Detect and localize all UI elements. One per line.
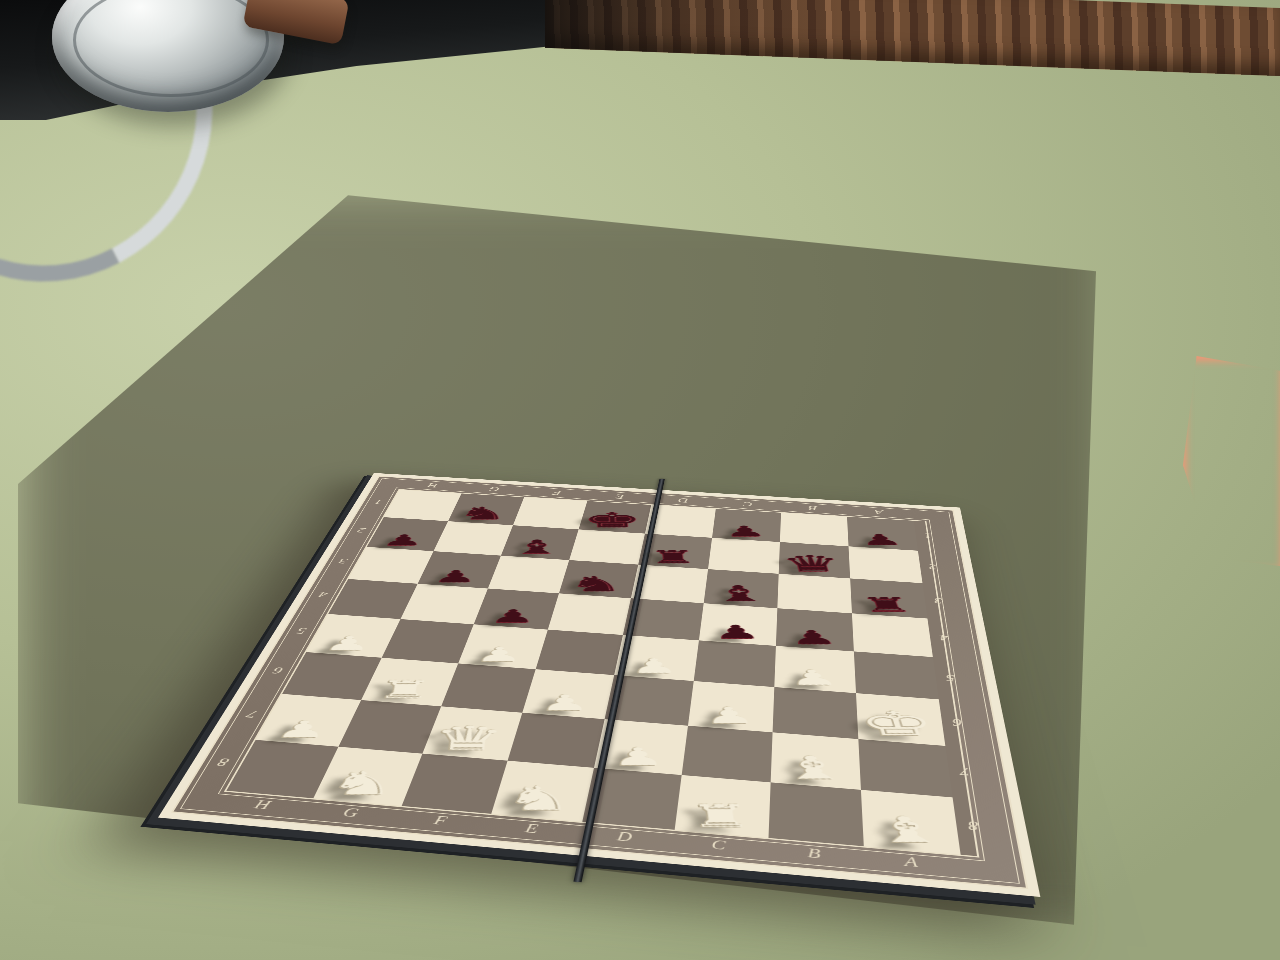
- square-b5: ♟: [774, 646, 856, 693]
- file-label-bottom-E: E: [515, 819, 548, 837]
- file-label-bottom-G: G: [333, 804, 368, 822]
- rank-label-left-3: 3: [330, 556, 357, 566]
- square-f3: [488, 556, 569, 594]
- red-cardboard-box: [1183, 356, 1280, 566]
- square-c1: ♟: [712, 509, 781, 542]
- file-label-top-E: E: [608, 492, 630, 501]
- black-pawn-a1: ♟: [857, 533, 903, 547]
- white-pawn-e6: ♟: [539, 693, 589, 714]
- square-c3: ♝: [704, 569, 779, 608]
- file-label-bottom-A: A: [895, 852, 927, 872]
- board-frame: ♞♚♟♟♟♝♜♛♟♞♝♜♟♟♟♟♟♟♟♜♟♟♚♟♛♟♝♞♞♜♝ HGFEDCBA…: [171, 476, 1028, 889]
- square-a8: ♝: [861, 790, 961, 855]
- square-a2: [849, 546, 923, 583]
- file-label-bottom-B: B: [799, 844, 830, 863]
- black-pawn-h2: ♟: [381, 533, 425, 547]
- square-c6: ♟: [688, 681, 774, 732]
- square-b2: ♛: [779, 542, 850, 578]
- white-pawn-d7: ♟: [611, 745, 665, 768]
- white-king-a6: ♚: [855, 708, 940, 740]
- rank-label-right-2: 2: [921, 562, 945, 572]
- rank-label-right-7: 7: [950, 763, 981, 779]
- chessboard-grid: ♞♚♟♟♟♝♜♛♟♞♝♜♟♟♟♟♟♟♟♜♟♟♚♟♛♟♝♞♞♜♝: [224, 489, 979, 858]
- rank-label-left-5: 5: [287, 625, 316, 637]
- square-c7: [682, 726, 773, 783]
- square-a5: [854, 651, 939, 699]
- square-a7: [858, 739, 952, 797]
- square-f8: [402, 754, 508, 814]
- rank-label-right-4: 4: [931, 631, 957, 643]
- square-e6: ♟: [522, 669, 614, 719]
- black-knight-e3: ♞: [569, 574, 624, 594]
- black-rook-a3: ♜: [858, 595, 915, 614]
- black-king-e1: ♚: [583, 510, 642, 530]
- square-b1: [780, 513, 849, 547]
- square-e5: [536, 630, 623, 675]
- rank-label-right-8: 8: [957, 816, 989, 834]
- file-label-bottom-C: C: [703, 835, 734, 854]
- black-pawn-b4: ♟: [787, 629, 838, 647]
- square-f2: ♝: [501, 525, 579, 560]
- square-b8: [768, 782, 863, 846]
- file-label-top-B: B: [802, 504, 823, 513]
- file-label-bottom-H: H: [244, 796, 280, 813]
- photo-of-chessboard-on-table: { "game": "chess", "position": { "fen": …: [0, 0, 1280, 960]
- rank-label-left-7: 7: [236, 707, 269, 722]
- file-label-bottom-F: F: [424, 811, 458, 829]
- file-label-top-A: A: [868, 508, 890, 517]
- square-b7: ♝: [771, 732, 861, 789]
- white-rook-g6: ♜: [375, 678, 434, 701]
- black-bishop-c3: ♝: [710, 583, 769, 603]
- black-queen-b2: ♛: [779, 553, 845, 574]
- rank-label-right-1: 1: [917, 531, 940, 541]
- black-bishop-f2: ♝: [510, 538, 562, 556]
- square-c2: [708, 538, 780, 574]
- white-pawn-h5: ♟: [322, 634, 373, 652]
- square-e3: ♞: [559, 560, 638, 598]
- white-bishop-a8: ♝: [867, 813, 948, 847]
- file-label-top-H: H: [421, 481, 444, 489]
- wood-slat-strip: [545, 0, 1280, 76]
- black-pawn-c4: ♟: [712, 623, 761, 641]
- rank-label-left-4: 4: [309, 589, 337, 600]
- square-c4: ♟: [699, 603, 777, 646]
- white-knight-e8: ♞: [503, 783, 572, 815]
- rank-label-left-6: 6: [263, 664, 294, 677]
- square-g3: ♟: [418, 551, 501, 588]
- rank-label-right-3: 3: [926, 595, 951, 606]
- file-label-top-C: C: [737, 500, 758, 509]
- white-bishop-b7: ♝: [776, 753, 849, 783]
- square-f7: ♛: [422, 706, 522, 760]
- black-pawn-f4: ♟: [489, 608, 535, 625]
- square-e7: [508, 713, 605, 768]
- white-pawn-b5: ♟: [786, 668, 839, 688]
- square-e1: ♚: [579, 501, 652, 534]
- square-c8: ♜: [675, 775, 771, 838]
- rank-label-left-1: 1: [366, 497, 390, 506]
- square-f5: ♟: [458, 624, 548, 669]
- black-pawn-c1: ♟: [723, 524, 766, 538]
- white-pawn-h7: ♟: [273, 719, 330, 741]
- white-knight-g8: ♞: [325, 768, 399, 799]
- file-label-top-G: G: [483, 485, 506, 493]
- square-b6: [773, 687, 859, 739]
- square-f1: [513, 497, 587, 529]
- square-b3: [777, 574, 852, 614]
- black-pawn-g3: ♟: [432, 569, 477, 584]
- square-a4: [852, 613, 933, 657]
- rank-label-left-2: 2: [349, 525, 374, 534]
- rank-label-left-8: 8: [206, 754, 241, 770]
- white-pawn-c6: ♟: [702, 705, 756, 726]
- white-pawn-f5: ♟: [474, 645, 523, 664]
- file-label-top-D: D: [672, 496, 694, 505]
- square-c5: [694, 640, 776, 687]
- square-g2: [433, 521, 512, 555]
- square-f6: [441, 663, 536, 712]
- square-e4: [548, 593, 631, 635]
- square-b4: ♟: [776, 608, 854, 651]
- black-rook-d2: ♜: [648, 548, 697, 565]
- white-rook-c8: ♜: [687, 801, 754, 830]
- file-label-bottom-D: D: [608, 827, 640, 846]
- square-f4: ♟: [474, 589, 559, 630]
- file-label-top-F: F: [545, 489, 567, 497]
- rank-label-right-5: 5: [937, 671, 965, 684]
- white-queen-f7: ♛: [430, 723, 506, 754]
- white-pawn-d5: ♟: [629, 657, 678, 676]
- rank-label-right-6: 6: [943, 715, 972, 730]
- black-knight-g1: ♞: [457, 505, 508, 521]
- square-a3: ♜: [850, 578, 927, 618]
- square-e2: [569, 529, 645, 564]
- square-e8: ♞: [491, 761, 594, 822]
- square-g1: ♞: [448, 493, 524, 525]
- square-a1: ♟: [847, 517, 918, 551]
- square-a6: ♚: [856, 693, 945, 746]
